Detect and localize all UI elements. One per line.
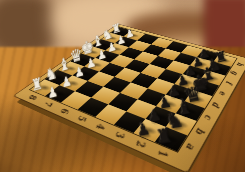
square-e5[interactable] — [125, 59, 150, 73]
chess-scene: ♜♟♟♜♞♟♟♞♝♟♟♝♚♟♟♚♛♟♟♛♝♟♟♝♞♟♟♞♜♟♟♜ 8765432… — [0, 0, 245, 172]
chess-board: ♜♟♟♜♞♟♟♞♝♟♟♝♚♟♟♚♛♟♟♛♝♟♟♝♞♟♟♞♜♟♟♜ 8765432… — [14, 24, 245, 172]
